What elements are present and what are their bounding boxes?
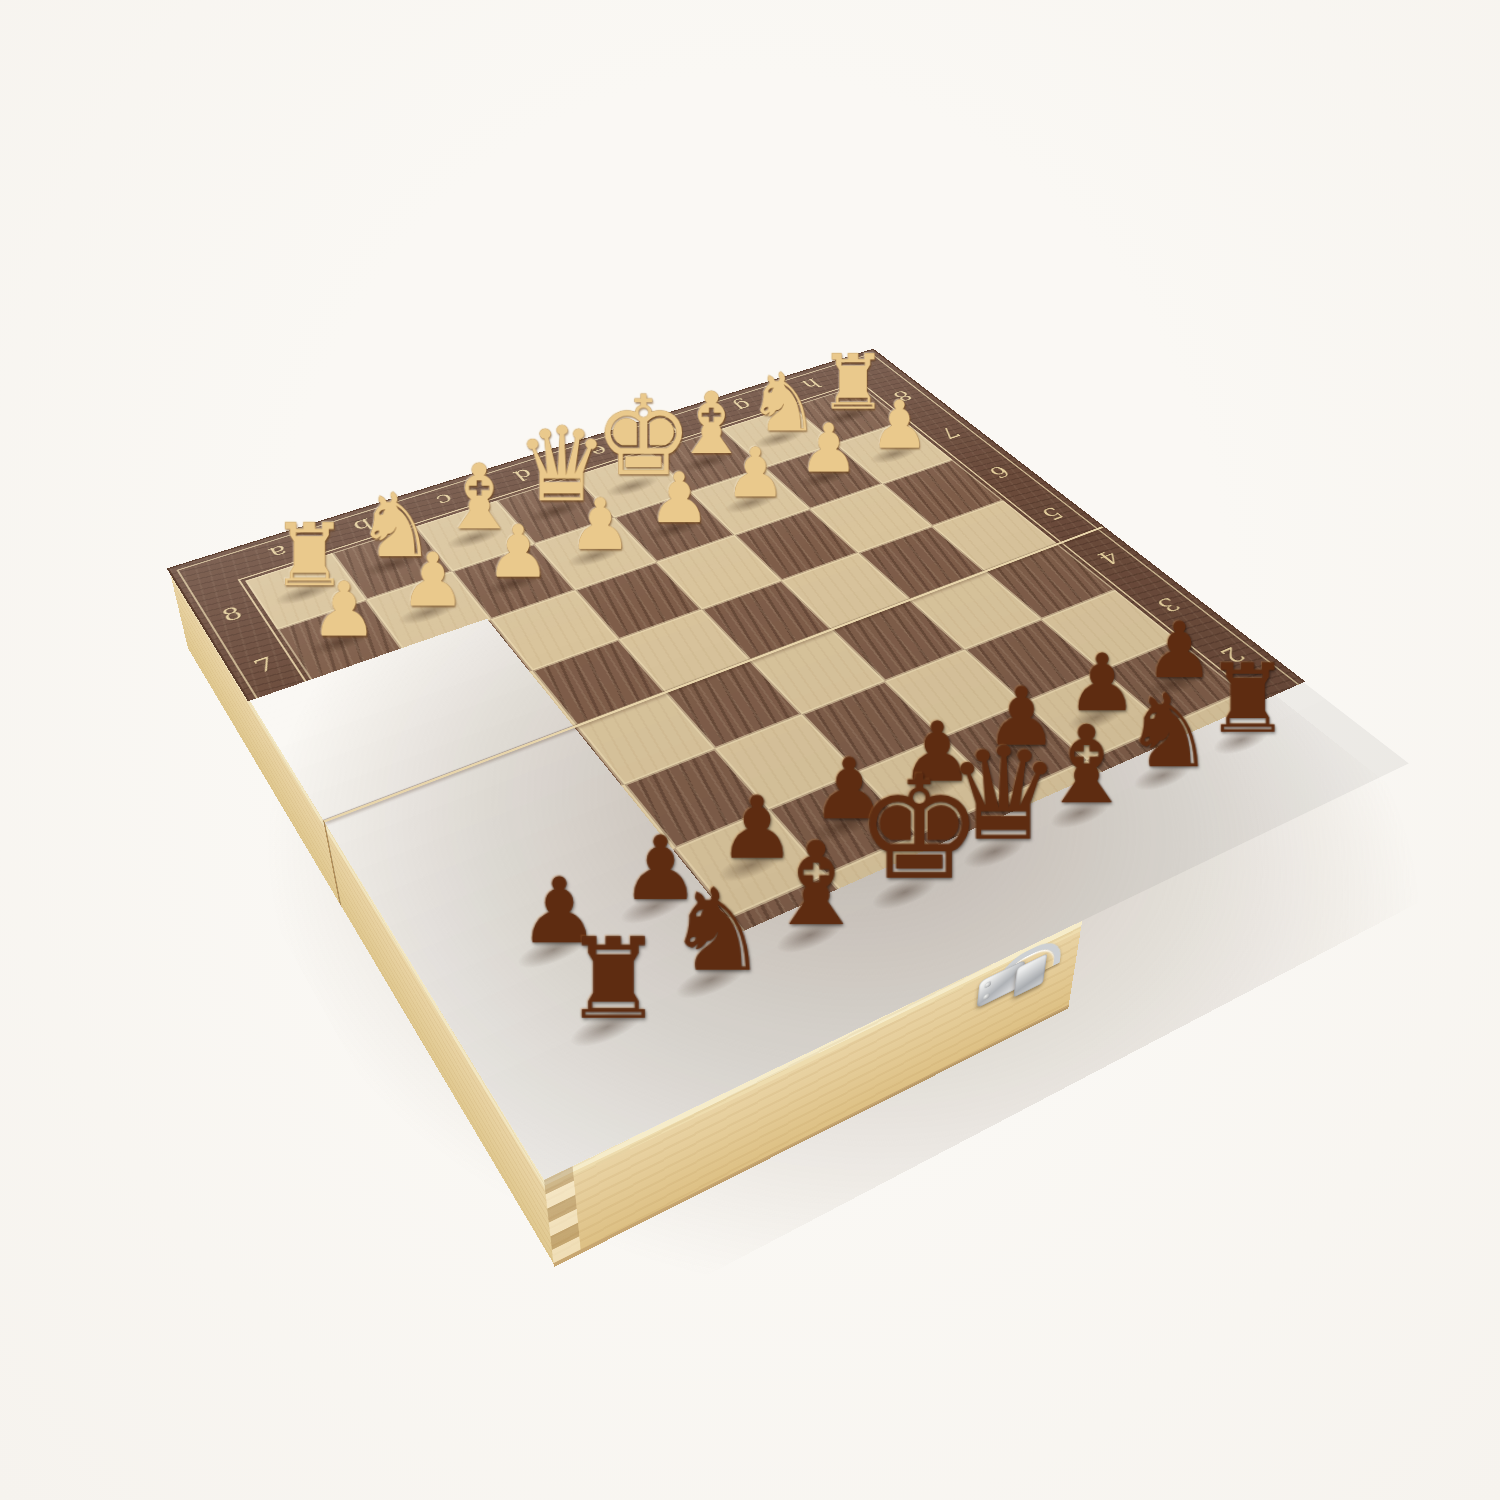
piece-glyph: ♟ bbox=[712, 441, 799, 506]
dark-rook-a1[interactable]: ♜ bbox=[526, 960, 688, 1088]
piece-glyph: ♜ bbox=[553, 926, 673, 1032]
piece-glyph: ♟ bbox=[555, 491, 646, 558]
light-pawn-a7[interactable]: ♟ bbox=[277, 600, 403, 682]
piece-glyph: ♝ bbox=[759, 830, 874, 940]
chess-set-scene: abcdefgh abcdefgh 87654321 87654321 ♜♞♝♛… bbox=[169, 350, 1409, 1180]
piece-glyph: ♞ bbox=[659, 877, 776, 985]
piece-glyph: ♟ bbox=[296, 574, 392, 646]
product-photo-stage: abcdefgh abcdefgh 87654321 87654321 ♜♞♝♛… bbox=[0, 0, 1500, 1500]
piece-glyph: ♟ bbox=[472, 518, 564, 587]
piece-glyph: ♟ bbox=[635, 465, 724, 531]
piece-glyph: ♟ bbox=[386, 545, 480, 615]
